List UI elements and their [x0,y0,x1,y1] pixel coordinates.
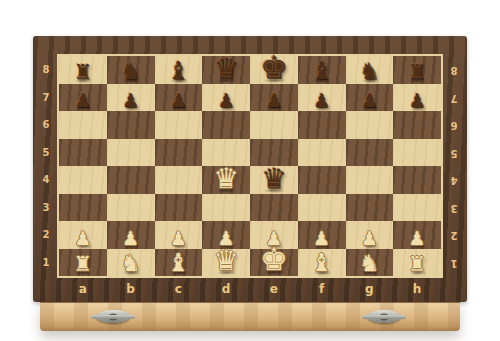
white-knight-g1[interactable]: ♞ [359,252,380,275]
square-a6[interactable] [59,111,107,139]
black-king-e8[interactable]: ♚ [260,52,288,83]
black-queen-d8[interactable]: ♛ [214,55,239,83]
square-e7[interactable]: ♟ [250,84,298,112]
file-label-d: d [202,276,250,302]
square-g6[interactable] [346,111,394,139]
square-f3[interactable] [298,194,346,222]
square-g2[interactable]: ♟ [346,221,394,249]
black-pawn-a7[interactable]: ♟ [74,91,91,110]
rank-label-7: 7 [33,84,59,112]
square-e6[interactable] [250,111,298,139]
square-g3[interactable] [346,194,394,222]
square-g4[interactable] [346,166,394,194]
rank-label-8: 8 [33,56,59,84]
black-pawn-b7[interactable]: ♟ [122,91,139,110]
square-d4[interactable]: ♛ [202,166,250,194]
file-labels-bottom: abcdefgh [59,276,441,302]
square-d6[interactable] [202,111,250,139]
black-knight-b8[interactable]: ♞ [120,60,141,83]
square-c3[interactable] [155,194,203,222]
rank-label-7: 7 [441,84,467,112]
white-pawn-c2[interactable]: ♟ [170,229,187,248]
black-pawn-d7[interactable]: ♟ [218,91,235,110]
square-b2[interactable]: ♟ [107,221,155,249]
product-photo-scene: 87654321 87654321 abcdefgh ♜♞♝♛♚♝♞♜♟♟♟♟♟… [0,0,500,341]
square-c7[interactable]: ♟ [155,84,203,112]
rank-label-3: 3 [33,194,59,222]
square-d7[interactable]: ♟ [202,84,250,112]
rank-label-2: 2 [33,221,59,249]
box-rim [40,302,460,331]
black-rook-a8[interactable]: ♜ [73,62,92,83]
square-a8[interactable]: ♜ [59,56,107,84]
rank-label-8: 8 [441,56,467,84]
board-grid: ♜♞♝♛♚♝♞♜♟♟♟♟♟♟♟♟♛♛♟♟♟♟♟♟♟♟♜♞♝♛♚♝♞♜ [59,56,441,276]
square-g5[interactable] [346,139,394,167]
square-c8[interactable]: ♝ [155,56,203,84]
black-bishop-c8[interactable]: ♝ [167,58,189,83]
black-bishop-f8[interactable]: ♝ [310,58,332,83]
square-h3[interactable] [393,194,441,222]
square-a2[interactable]: ♟ [59,221,107,249]
square-f4[interactable] [298,166,346,194]
square-h1[interactable]: ♜ [393,249,441,277]
white-queen-d1[interactable]: ♛ [214,247,239,275]
square-d1[interactable]: ♛ [202,249,250,277]
white-king-e1[interactable]: ♚ [260,244,288,275]
square-c5[interactable] [155,139,203,167]
file-label-c: c [155,276,203,302]
rank-labels-left: 87654321 [33,56,59,276]
square-g8[interactable]: ♞ [346,56,394,84]
white-rook-h1[interactable]: ♜ [408,254,427,275]
square-e3[interactable] [250,194,298,222]
black-knight-g8[interactable]: ♞ [359,60,380,83]
rank-label-6: 6 [441,111,467,139]
file-label-a: a [59,276,107,302]
square-h6[interactable] [393,111,441,139]
square-h7[interactable]: ♟ [393,84,441,112]
square-c1[interactable]: ♝ [155,249,203,277]
square-c4[interactable] [155,166,203,194]
square-a5[interactable] [59,139,107,167]
file-label-e: e [250,276,298,302]
square-b7[interactable]: ♟ [107,84,155,112]
square-c6[interactable] [155,111,203,139]
square-b1[interactable]: ♞ [107,249,155,277]
white-bishop-f1[interactable]: ♝ [310,250,332,275]
square-b5[interactable] [107,139,155,167]
file-label-g: g [346,276,394,302]
rank-label-4: 4 [33,166,59,194]
square-f2[interactable]: ♟ [298,221,346,249]
black-pawn-g7[interactable]: ♟ [361,91,378,110]
white-pawn-f2[interactable]: ♟ [313,229,330,248]
square-h2[interactable]: ♟ [393,221,441,249]
square-e4[interactable]: ♛ [250,166,298,194]
square-h5[interactable] [393,139,441,167]
square-f5[interactable] [298,139,346,167]
rank-label-1: 1 [441,249,467,277]
white-bishop-c1[interactable]: ♝ [167,250,189,275]
white-pawn-g2[interactable]: ♟ [361,229,378,248]
square-h8[interactable]: ♜ [393,56,441,84]
white-knight-b1[interactable]: ♞ [120,252,141,275]
chess-board: 87654321 87654321 abcdefgh ♜♞♝♛♚♝♞♜♟♟♟♟♟… [33,36,467,302]
white-pawn-h2[interactable]: ♟ [409,229,426,248]
square-b4[interactable] [107,166,155,194]
white-rook-a1[interactable]: ♜ [73,254,92,275]
square-e8[interactable]: ♚ [250,56,298,84]
square-b3[interactable] [107,194,155,222]
square-f8[interactable]: ♝ [298,56,346,84]
black-pawn-h7[interactable]: ♟ [409,91,426,110]
rank-label-4: 4 [441,166,467,194]
black-pawn-e7[interactable]: ♟ [265,91,282,110]
square-c2[interactable]: ♟ [155,221,203,249]
rank-labels-right: 87654321 [441,56,467,276]
clasp-icon [96,310,130,323]
white-pawn-b2[interactable]: ♟ [122,229,139,248]
square-a3[interactable] [59,194,107,222]
square-h4[interactable] [393,166,441,194]
square-b8[interactable]: ♞ [107,56,155,84]
square-f7[interactable]: ♟ [298,84,346,112]
square-a1[interactable]: ♜ [59,249,107,277]
square-f1[interactable]: ♝ [298,249,346,277]
square-f6[interactable] [298,111,346,139]
square-g7[interactable]: ♟ [346,84,394,112]
square-a7[interactable]: ♟ [59,84,107,112]
square-d3[interactable] [202,194,250,222]
rank-label-5: 5 [441,139,467,167]
white-queen-d4[interactable]: ♛ [214,165,239,193]
rank-label-1: 1 [33,249,59,277]
white-pawn-a2[interactable]: ♟ [74,229,91,248]
square-d8[interactable]: ♛ [202,56,250,84]
rank-label-3: 3 [441,194,467,222]
square-e1[interactable]: ♚ [250,249,298,277]
black-pawn-c7[interactable]: ♟ [170,91,187,110]
file-label-h: h [393,276,441,302]
rank-label-6: 6 [33,111,59,139]
file-label-f: f [298,276,346,302]
square-g1[interactable]: ♞ [346,249,394,277]
rank-label-2: 2 [441,221,467,249]
black-pawn-f7[interactable]: ♟ [313,91,330,110]
clasp-icon [367,310,401,323]
square-a4[interactable] [59,166,107,194]
black-rook-h8[interactable]: ♜ [408,62,427,83]
black-queen-e4[interactable]: ♛ [261,165,286,193]
rank-label-5: 5 [33,139,59,167]
square-b6[interactable] [107,111,155,139]
file-label-b: b [107,276,155,302]
